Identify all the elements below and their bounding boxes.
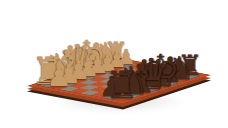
piece-black-rook-a8: ♜ (105, 66, 139, 104)
chess-set-photo-scene: ♜♞♝♛♚♝♞♜♟♟♟♟♟♟♟♟♟♟♟♟♟♟♟♟♜♞♝♛♚♝♞♜ (0, 0, 228, 128)
piece-white-pawn-a2: ♟ (47, 63, 72, 91)
